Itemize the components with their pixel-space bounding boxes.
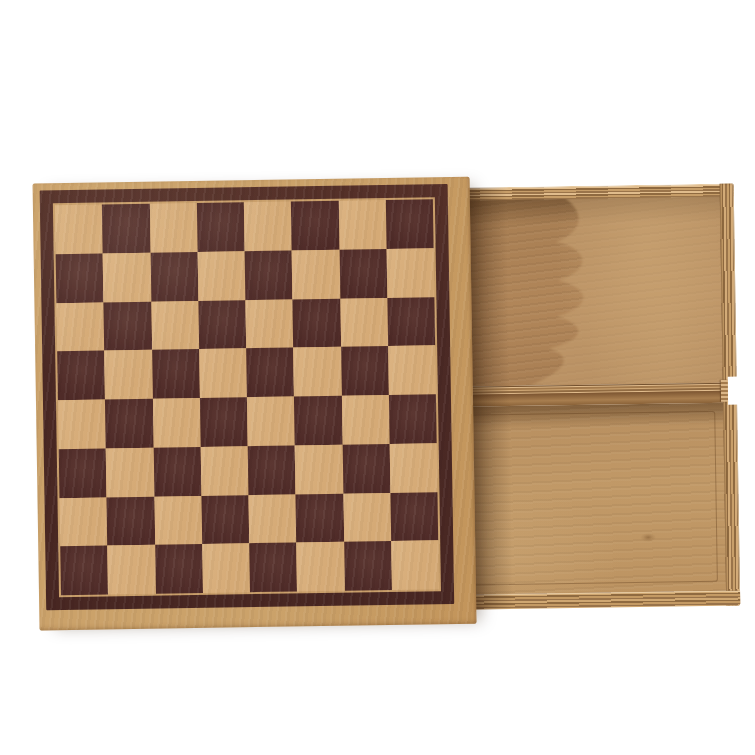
square-e3 [248, 445, 296, 494]
square-b7 [103, 252, 151, 301]
square-g7 [339, 249, 387, 298]
square-g4 [341, 395, 389, 444]
square-c5 [152, 349, 200, 398]
square-e5 [246, 348, 294, 397]
square-d7 [197, 251, 245, 300]
board-frame [40, 184, 455, 610]
square-a2 [59, 497, 107, 546]
square-e1 [249, 543, 297, 592]
square-g5 [341, 346, 389, 395]
square-h6 [387, 297, 435, 346]
square-b8 [102, 204, 150, 253]
square-a8 [55, 204, 103, 253]
square-f8 [291, 201, 339, 250]
square-b4 [105, 399, 153, 448]
square-d1 [202, 543, 250, 592]
square-e2 [248, 494, 296, 543]
square-e4 [247, 396, 295, 445]
square-f7 [292, 249, 340, 298]
square-d3 [200, 446, 248, 495]
drawer-wall-notch [728, 376, 739, 404]
square-h1 [391, 540, 439, 589]
square-f4 [294, 396, 342, 445]
square-c1 [155, 544, 203, 593]
square-b6 [104, 301, 152, 350]
square-f5 [293, 347, 341, 396]
square-f1 [296, 542, 344, 591]
square-e8 [244, 201, 292, 250]
square-g3 [342, 444, 390, 493]
square-d8 [197, 202, 245, 251]
square-a3 [59, 448, 107, 497]
square-f3 [295, 444, 343, 493]
square-f2 [296, 493, 344, 542]
square-c8 [149, 203, 197, 252]
square-a6 [56, 302, 104, 351]
square-h8 [386, 199, 434, 248]
square-a4 [58, 399, 106, 448]
square-b1 [107, 545, 155, 594]
square-d5 [199, 348, 247, 397]
square-b3 [106, 447, 154, 496]
square-e6 [245, 299, 293, 348]
square-h4 [389, 394, 437, 443]
square-g2 [343, 492, 391, 541]
square-d4 [200, 397, 248, 446]
square-c7 [150, 252, 198, 301]
square-c3 [153, 447, 201, 496]
square-d6 [198, 300, 246, 349]
square-b2 [107, 496, 155, 545]
square-g8 [338, 200, 386, 249]
square-h3 [389, 443, 437, 492]
square-c2 [154, 495, 202, 544]
board-grid [53, 197, 441, 597]
square-e7 [245, 250, 293, 299]
square-h7 [386, 248, 434, 297]
square-a7 [56, 253, 104, 302]
square-a5 [57, 351, 105, 400]
square-f6 [293, 298, 341, 347]
square-h5 [388, 345, 436, 394]
square-h2 [390, 492, 438, 541]
square-c4 [152, 398, 200, 447]
square-d2 [201, 495, 249, 544]
square-g6 [340, 297, 388, 346]
square-c6 [151, 300, 199, 349]
game-board [33, 177, 477, 631]
square-b5 [104, 350, 152, 399]
square-g1 [344, 541, 392, 590]
chessboard-box [29, 164, 743, 637]
square-a1 [60, 546, 108, 595]
divider-end-tab [721, 380, 728, 402]
product-photo [0, 0, 755, 755]
